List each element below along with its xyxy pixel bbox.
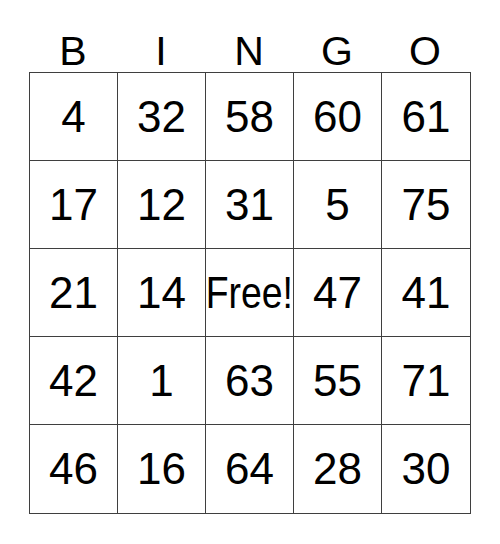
column-letter-O: O bbox=[381, 31, 469, 72]
cell-r2-c0[interactable]: 21 bbox=[30, 249, 118, 337]
cell-r0-c4[interactable]: 61 bbox=[382, 73, 470, 161]
cell-r4-c1[interactable]: 16 bbox=[118, 425, 206, 513]
cell-r0-c2[interactable]: 58 bbox=[206, 73, 294, 161]
cell-value: 28 bbox=[313, 447, 362, 491]
cell-r1-c3[interactable]: 5 bbox=[294, 161, 382, 249]
cell-r0-c3[interactable]: 60 bbox=[294, 73, 382, 161]
free-cell[interactable]: Free! bbox=[206, 249, 294, 337]
cell-value: 14 bbox=[137, 271, 186, 315]
cell-value: 60 bbox=[313, 95, 362, 139]
cell-r1-c1[interactable]: 12 bbox=[118, 161, 206, 249]
column-letter-G: G bbox=[293, 31, 381, 72]
cell-r0-c0[interactable]: 4 bbox=[30, 73, 118, 161]
free-cell-label: Free! bbox=[206, 271, 293, 315]
cell-value: 75 bbox=[402, 183, 451, 227]
cell-r3-c0[interactable]: 42 bbox=[30, 337, 118, 425]
cell-value: 32 bbox=[137, 95, 186, 139]
cell-value: 4 bbox=[61, 95, 85, 139]
cell-value: 47 bbox=[313, 271, 362, 315]
cell-r1-c2[interactable]: 31 bbox=[206, 161, 294, 249]
cell-r2-c4[interactable]: 41 bbox=[382, 249, 470, 337]
cell-r1-c0[interactable]: 17 bbox=[30, 161, 118, 249]
cell-value: 42 bbox=[49, 359, 98, 403]
cell-r3-c3[interactable]: 55 bbox=[294, 337, 382, 425]
cell-value: 12 bbox=[137, 183, 186, 227]
cell-value: 46 bbox=[49, 447, 98, 491]
cell-value: 5 bbox=[325, 183, 349, 227]
cell-value: 17 bbox=[49, 183, 98, 227]
cell-r1-c4[interactable]: 75 bbox=[382, 161, 470, 249]
column-letter-B: B bbox=[29, 31, 117, 72]
cell-value: 63 bbox=[225, 359, 274, 403]
bingo-board: 4325860611712315752114Free!4741421635571… bbox=[29, 72, 471, 514]
cell-r3-c2[interactable]: 63 bbox=[206, 337, 294, 425]
cell-value: 64 bbox=[225, 447, 274, 491]
column-letter-N: N bbox=[205, 31, 293, 72]
cell-value: 30 bbox=[402, 447, 451, 491]
cell-r4-c2[interactable]: 64 bbox=[206, 425, 294, 513]
cell-r4-c4[interactable]: 30 bbox=[382, 425, 470, 513]
bingo-card: BINGO 4325860611712315752114Free!4741421… bbox=[29, 0, 471, 514]
cell-value: 16 bbox=[137, 447, 186, 491]
cell-r0-c1[interactable]: 32 bbox=[118, 73, 206, 161]
cell-r3-c4[interactable]: 71 bbox=[382, 337, 470, 425]
cell-r2-c3[interactable]: 47 bbox=[294, 249, 382, 337]
cell-value: 31 bbox=[225, 183, 274, 227]
cell-value: 41 bbox=[402, 271, 451, 315]
cell-r4-c3[interactable]: 28 bbox=[294, 425, 382, 513]
cell-value: 1 bbox=[149, 359, 173, 403]
cell-value: 21 bbox=[49, 271, 98, 315]
cell-value: 61 bbox=[402, 95, 451, 139]
cell-value: 58 bbox=[225, 95, 274, 139]
cell-r4-c0[interactable]: 46 bbox=[30, 425, 118, 513]
column-letter-I: I bbox=[117, 31, 205, 72]
cell-value: 71 bbox=[402, 359, 451, 403]
cell-r3-c1[interactable]: 1 bbox=[118, 337, 206, 425]
cell-r2-c1[interactable]: 14 bbox=[118, 249, 206, 337]
cell-value: 55 bbox=[313, 359, 362, 403]
bingo-header-row: BINGO bbox=[29, 0, 471, 72]
